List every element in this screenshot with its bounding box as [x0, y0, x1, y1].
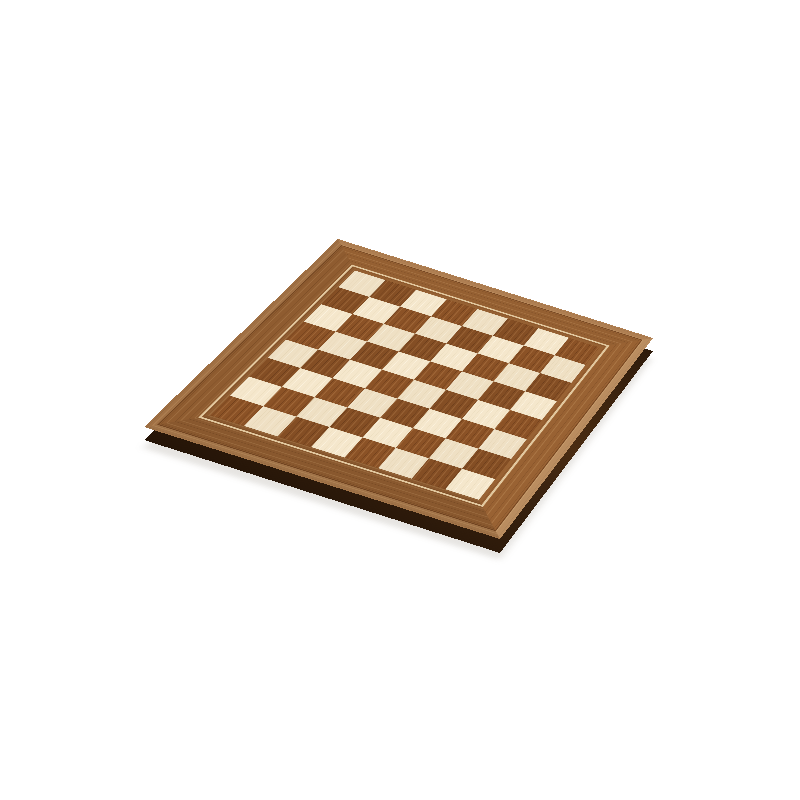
- product-photo-stage: [0, 0, 800, 800]
- chess-board: [144, 239, 653, 539]
